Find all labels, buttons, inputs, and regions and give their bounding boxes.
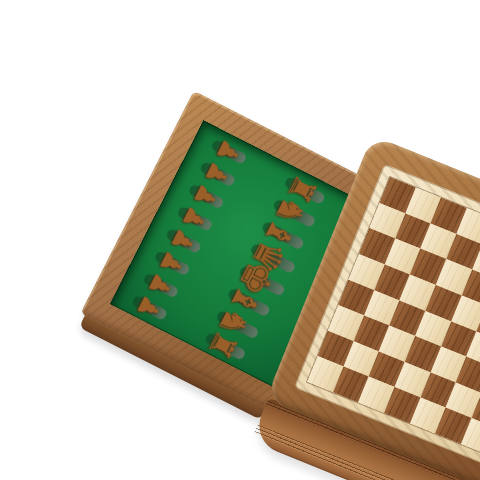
chess-box-photo: ♟♜♟♞♟♝♟♛♟♚♟♝♟♞♟♜ (0, 0, 480, 480)
rook-icon: ♜ (197, 312, 247, 379)
pawn-icon: ♟ (124, 274, 174, 341)
product-photo-canvas: { "game": "chess", "scene_description": … (0, 0, 480, 480)
